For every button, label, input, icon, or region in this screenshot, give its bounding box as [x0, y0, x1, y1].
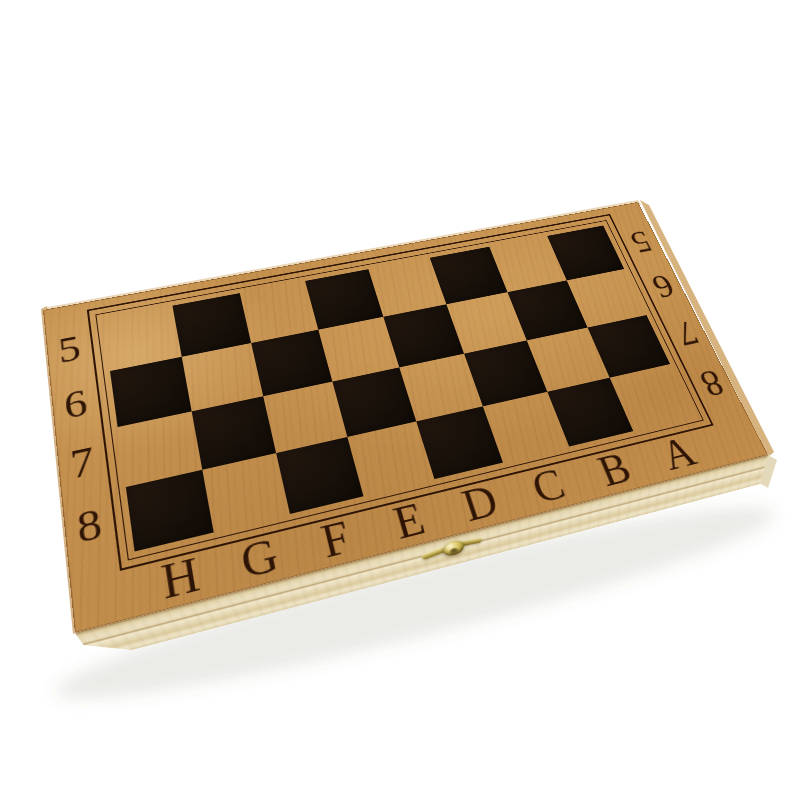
file-label-a: A [655, 431, 702, 478]
file-label-b: B [593, 447, 637, 494]
rank-label-right-7: 7 [670, 315, 704, 351]
file-label-g: G [237, 532, 282, 587]
file-label-c: C [527, 463, 571, 512]
clasp-knob-hole [449, 547, 458, 555]
rank-label-left-6: 6 [62, 384, 89, 426]
product-photo-stage: HGFEDCBA 5678 5678 [0, 0, 800, 800]
rank-label-right-6: 6 [647, 269, 679, 303]
file-label-e: E [389, 496, 430, 547]
rank-label-right-5: 5 [626, 226, 657, 258]
rank-label-left-8: 8 [75, 502, 104, 551]
rank-label-right-8: 8 [694, 364, 729, 402]
rank-label-left-5: 5 [57, 331, 83, 371]
file-label-h: H [158, 551, 202, 608]
file-label-f: F [317, 514, 354, 566]
file-label-d: D [457, 479, 503, 530]
rank-label-left-7: 7 [68, 441, 96, 487]
